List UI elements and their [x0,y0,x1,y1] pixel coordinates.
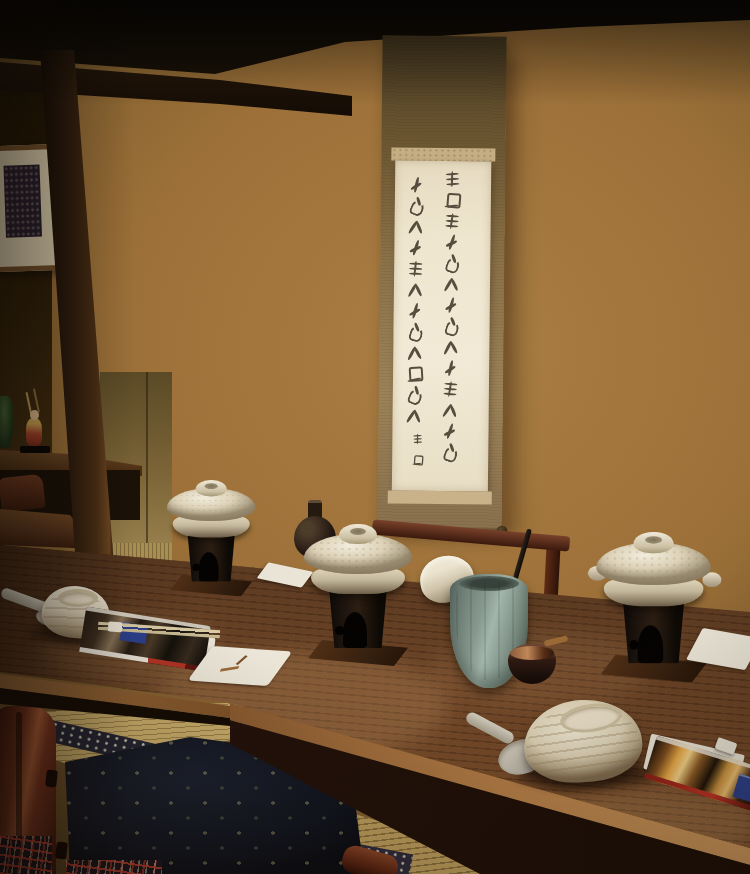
bowl-foot-ring [58,589,98,607]
pot-lid-knob [339,524,377,544]
pot-lid-knob [196,480,227,496]
scroll-band-top [391,147,495,161]
checkered-cushion [0,836,52,874]
figurine-base [20,446,50,453]
oshibori-label [733,774,750,804]
donabe-pot-center [298,524,418,674]
artwork-print [4,165,42,238]
chair-frame-slot [55,841,68,859]
figurine [26,418,42,446]
donabe-pot-right [590,532,717,691]
scroll-band-bottom [388,490,492,504]
hanging-scroll [377,35,506,534]
figurine-head [30,410,39,420]
brazier-stand [621,598,687,664]
chair-back-far [0,474,46,512]
scroll-signature [408,429,426,471]
scroll-calligraphy-right-column [440,169,461,463]
scroll-wall-shadow [502,60,532,534]
restaurant-photo [0,0,750,874]
scroll-paper [392,161,491,492]
checkered-cushion [66,860,162,874]
pot-lid-knob [633,532,673,553]
chair-frame-slot [45,769,58,787]
scroll-calligraphy-left-column [405,175,426,427]
brazier-stand [186,531,237,582]
donabe-pot-left [162,480,260,603]
brazier-stand [327,586,389,648]
